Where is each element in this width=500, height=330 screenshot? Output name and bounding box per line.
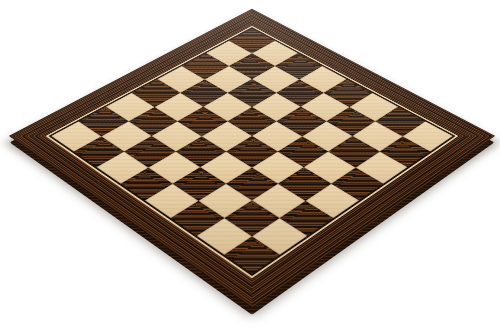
- board-inlay-border: [46, 26, 459, 279]
- light-square: [349, 93, 398, 121]
- light-square: [252, 41, 298, 66]
- light-square: [206, 41, 252, 66]
- light-square: [106, 93, 155, 121]
- light-square: [299, 66, 346, 93]
- light-square: [301, 93, 350, 121]
- light-square: [205, 66, 252, 93]
- light-square: [252, 66, 299, 93]
- dark-square: [376, 107, 425, 136]
- dark-square: [229, 28, 274, 53]
- board-scene: [0, 0, 500, 330]
- dark-square: [182, 53, 229, 79]
- dark-square: [277, 107, 326, 136]
- light-square: [155, 93, 204, 121]
- dark-square: [79, 107, 128, 136]
- dark-square: [326, 107, 375, 136]
- product-photo: [0, 0, 500, 330]
- dark-square: [178, 107, 227, 136]
- board-grid: [51, 28, 453, 273]
- dark-square: [324, 79, 372, 107]
- light-square: [203, 93, 252, 121]
- dark-square: [275, 53, 322, 79]
- light-square: [252, 93, 301, 121]
- dark-square: [229, 53, 276, 79]
- chess-board: [9, 9, 495, 308]
- dark-square: [227, 107, 276, 136]
- dark-square: [132, 79, 180, 107]
- dark-square: [228, 79, 276, 107]
- dark-square: [276, 79, 324, 107]
- dark-square: [180, 79, 228, 107]
- dark-square: [128, 107, 177, 136]
- light-square: [157, 66, 204, 93]
